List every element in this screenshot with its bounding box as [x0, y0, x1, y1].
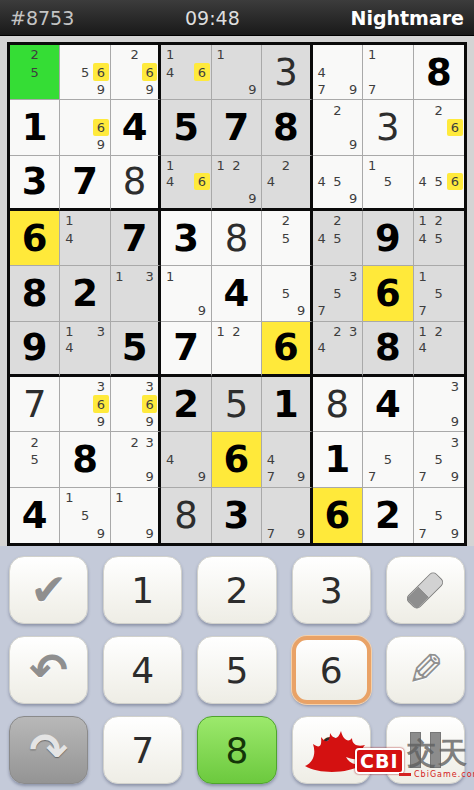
cell-r2c9[interactable]: 26 — [414, 100, 464, 155]
given-digit: 2 — [72, 275, 98, 312]
note-4: 4 — [415, 339, 431, 356]
pencil-icon: ✎ — [407, 648, 444, 692]
cell-r7c7[interactable]: 8 — [313, 377, 363, 432]
note-9: 9 — [345, 81, 361, 98]
key-label: 4 — [131, 650, 154, 691]
note-5: 5 — [278, 229, 293, 246]
given-digit: 6 — [325, 497, 351, 534]
note-2: 2 — [329, 323, 345, 340]
note-4: 4 — [162, 451, 178, 468]
note-2: 2 — [278, 212, 293, 229]
cell-r4c6[interactable]: 25 — [262, 211, 312, 266]
note-1: 1 — [415, 212, 431, 229]
note-5: 5 — [380, 451, 396, 468]
check-icon: ✔ — [30, 568, 67, 612]
pencil-marks: 14 — [61, 212, 108, 264]
note-2: 2 — [229, 157, 245, 174]
cell-r3c6[interactable]: 24 — [262, 156, 312, 211]
cell-r2c4[interactable]: 5 — [161, 100, 211, 155]
given-digit: 7 — [122, 220, 148, 257]
eraser-icon — [405, 570, 445, 610]
note-7: 7 — [364, 81, 380, 98]
pencil-marks: 479 — [263, 433, 308, 485]
note-4: 4 — [314, 63, 330, 80]
pencil-marks: 134 — [61, 323, 108, 373]
note-6: 6 — [93, 395, 109, 412]
cell-r4c3[interactable]: 7 — [111, 211, 161, 266]
note-1: 1 — [213, 157, 229, 174]
pencil-marks: 146 — [162, 157, 209, 207]
cell-r6c1[interactable]: 9 — [10, 322, 60, 377]
cell-r1c6[interactable]: 3 — [262, 45, 312, 100]
cell-r7c4[interactable]: 2 — [161, 377, 211, 432]
cell-r8c3[interactable]: 239 — [111, 432, 161, 487]
note-4: 4 — [415, 173, 431, 190]
pencil-marks: 369 — [112, 378, 157, 430]
note-2: 2 — [431, 101, 447, 118]
key-5-key[interactable]: 5 — [197, 636, 276, 704]
undo-icon: ↶ — [29, 647, 68, 693]
user-digit: 7 — [23, 386, 47, 423]
cell-r9c4[interactable]: 8 — [161, 488, 211, 543]
user-digit: 8 — [123, 163, 147, 200]
cell-r8c5[interactable]: 6 — [212, 432, 262, 487]
difficulty-label: Nightmare — [350, 7, 464, 29]
pencil-marks: 19 — [213, 46, 260, 98]
cell-r1c3[interactable]: 269 — [111, 45, 161, 100]
given-digit: 5 — [122, 329, 148, 366]
note-3: 3 — [345, 323, 361, 340]
pencil-marks: 49 — [162, 433, 209, 485]
pencil-marks: 19 — [112, 489, 157, 542]
eraser-button[interactable] — [386, 556, 465, 624]
check-button[interactable]: ✔ — [9, 556, 88, 624]
key-6-key[interactable]: 6 — [292, 636, 371, 704]
note-4: 4 — [314, 229, 330, 246]
user-digit: 8 — [174, 497, 198, 534]
pencil-marks: 159 — [61, 489, 108, 542]
note-1: 1 — [61, 489, 77, 507]
cell-r8c8[interactable]: 57 — [363, 432, 413, 487]
note-7: 7 — [263, 524, 278, 542]
note-7: 7 — [415, 468, 431, 485]
cell-r6c2[interactable]: 134 — [60, 322, 110, 377]
note-3: 3 — [142, 267, 157, 284]
pencil-marks: 456 — [415, 157, 463, 207]
pencil-marks: 29 — [314, 101, 361, 153]
note-7: 7 — [263, 468, 278, 485]
note-5: 5 — [27, 451, 43, 468]
pencil-button[interactable]: ✎ — [386, 636, 465, 704]
note-7: 7 — [314, 302, 330, 319]
note-6: 6 — [447, 119, 463, 136]
given-digit: 3 — [224, 497, 250, 534]
given-digit: 8 — [72, 441, 98, 478]
note-2: 2 — [278, 157, 293, 174]
cell-r2c3[interactable]: 4 — [111, 100, 161, 155]
given-digit: 9 — [375, 220, 401, 257]
cell-r1c7[interactable]: 479 — [313, 45, 363, 100]
cell-r8c4[interactable]: 49 — [161, 432, 211, 487]
cell-r9c1[interactable]: 4 — [10, 488, 60, 543]
given-digit: 6 — [224, 441, 250, 478]
cell-r6c9[interactable]: 124 — [414, 322, 464, 377]
note-5: 5 — [431, 451, 447, 468]
note-1: 1 — [61, 212, 77, 229]
pencil-marks: 369 — [61, 378, 108, 430]
note-6: 6 — [93, 119, 109, 136]
note-5: 5 — [27, 63, 43, 80]
pencil-marks: 13 — [112, 267, 157, 319]
pencil-marks: 57 — [364, 433, 411, 485]
cell-r1c8[interactable]: 17 — [363, 45, 413, 100]
cell-r1c2[interactable]: 569 — [60, 45, 110, 100]
cell-r4c9[interactable]: 1245 — [414, 211, 464, 266]
cell-r4c7[interactable]: 245 — [313, 211, 363, 266]
note-2: 2 — [127, 46, 142, 63]
note-9: 9 — [294, 302, 309, 319]
cell-r9c6[interactable]: 79 — [262, 488, 312, 543]
note-4: 4 — [415, 229, 431, 246]
pencil-marks: 12 — [213, 323, 260, 373]
pencil-marks: 39 — [415, 378, 463, 430]
note-2: 2 — [329, 212, 345, 229]
note-7: 7 — [415, 302, 431, 319]
pencil-marks: 19 — [162, 267, 209, 319]
note-9: 9 — [142, 81, 157, 98]
note-9: 9 — [194, 468, 210, 485]
given-digit: 3 — [173, 220, 199, 257]
note-9: 9 — [345, 136, 361, 153]
note-6: 6 — [194, 173, 210, 190]
pencil-marks: 479 — [314, 46, 361, 98]
sudoku-app: #8753 09:48 Nightmare 255692691461934791… — [0, 0, 474, 790]
cell-r3c8[interactable]: 15 — [363, 156, 413, 211]
pencil-marks: 59 — [263, 267, 308, 319]
note-1: 1 — [112, 489, 127, 507]
pencil-marks: 239 — [112, 433, 157, 485]
cell-r2c8[interactable]: 3 — [363, 100, 413, 155]
note-5: 5 — [278, 285, 293, 302]
key-9-key[interactable]: 9 — [292, 716, 371, 784]
pencil-marks: 3579 — [415, 433, 463, 485]
given-digit: 2 — [375, 497, 401, 534]
pencil-marks: 245 — [314, 212, 361, 264]
cell-r8c7[interactable]: 1 — [313, 432, 363, 487]
cell-r3c5[interactable]: 129 — [212, 156, 262, 211]
given-digit: 8 — [22, 275, 48, 312]
cell-r7c3[interactable]: 369 — [111, 377, 161, 432]
pencil-marks: 269 — [112, 46, 157, 98]
cell-r7c5[interactable]: 5 — [212, 377, 262, 432]
note-5: 5 — [329, 173, 345, 190]
note-2: 2 — [329, 101, 345, 118]
pencil-marks: 146 — [162, 46, 209, 98]
key-label: 8 — [226, 730, 249, 771]
board-area: 2556926914619347917816945782932637814612… — [0, 36, 474, 546]
note-1: 1 — [162, 267, 178, 284]
pencil-marks: 129 — [213, 157, 260, 207]
redo-button[interactable]: ↷ — [9, 716, 88, 784]
cell-r5c4[interactable]: 19 — [161, 266, 211, 321]
cell-r7c8[interactable]: 4 — [363, 377, 413, 432]
key-label: 3 — [320, 570, 343, 611]
note-1: 1 — [364, 157, 380, 174]
cell-r4c5[interactable]: 8 — [212, 211, 262, 266]
cell-r6c8[interactable]: 8 — [363, 322, 413, 377]
cell-r3c7[interactable]: 459 — [313, 156, 363, 211]
pencil-marks: 569 — [61, 46, 108, 98]
note-9: 9 — [93, 136, 109, 153]
pencil-marks: 124 — [415, 323, 463, 373]
pencil-marks: 25 — [11, 433, 58, 485]
note-2: 2 — [229, 323, 245, 340]
key-label: 7 — [131, 730, 154, 771]
user-digit: 3 — [376, 109, 400, 146]
cell-r9c3[interactable]: 19 — [111, 488, 161, 543]
note-3: 3 — [447, 378, 463, 395]
note-5: 5 — [431, 173, 447, 190]
given-digit: 8 — [375, 329, 401, 366]
note-6: 6 — [142, 63, 157, 80]
note-6: 6 — [142, 395, 157, 412]
note-6: 6 — [447, 173, 463, 190]
note-3: 3 — [93, 323, 109, 340]
note-3: 3 — [142, 433, 157, 450]
note-4: 4 — [61, 339, 77, 356]
note-4: 4 — [162, 173, 178, 190]
cell-r3c4[interactable]: 146 — [161, 156, 211, 211]
pencil-marks: 459 — [314, 157, 361, 207]
user-digit: 3 — [274, 54, 298, 91]
note-9: 9 — [93, 81, 109, 98]
key-1-key[interactable]: 1 — [103, 556, 182, 624]
note-5: 5 — [431, 506, 447, 524]
given-digit: 8 — [426, 54, 452, 91]
cell-r2c5[interactable]: 7 — [212, 100, 262, 155]
note-2: 2 — [431, 212, 447, 229]
cell-r5c6[interactable]: 59 — [262, 266, 312, 321]
given-digit: 2 — [173, 386, 199, 423]
cell-r6c3[interactable]: 5 — [111, 322, 161, 377]
pencil-marks: 1245 — [415, 212, 463, 264]
cell-r2c1[interactable]: 1 — [10, 100, 60, 155]
pencil-marks: 25 — [263, 212, 308, 264]
pencil-marks: 24 — [263, 157, 308, 207]
note-1: 1 — [415, 267, 431, 284]
note-9: 9 — [244, 190, 260, 207]
note-9: 9 — [294, 524, 309, 542]
cell-r5c1[interactable]: 8 — [10, 266, 60, 321]
key-label: 9 — [320, 730, 343, 771]
note-9: 9 — [142, 413, 157, 430]
note-3: 3 — [447, 433, 463, 450]
note-9: 9 — [93, 413, 109, 430]
note-9: 9 — [345, 190, 361, 207]
note-4: 4 — [162, 63, 178, 80]
note-3: 3 — [345, 267, 361, 284]
cell-r6c6[interactable]: 6 — [262, 322, 312, 377]
given-digit: 7 — [72, 163, 98, 200]
given-digit: 6 — [375, 275, 401, 312]
note-1: 1 — [112, 267, 127, 284]
note-2: 2 — [27, 433, 43, 450]
note-5: 5 — [329, 229, 345, 246]
given-digit: 9 — [22, 329, 48, 366]
keypad: ✔123↶456✎↷789 — [0, 546, 474, 790]
cell-r4c4[interactable]: 3 — [161, 211, 211, 266]
cell-r8c6[interactable]: 479 — [262, 432, 312, 487]
key-7-key[interactable]: 7 — [103, 716, 182, 784]
note-9: 9 — [194, 302, 210, 319]
given-digit: 4 — [122, 109, 148, 146]
key-8-key[interactable]: 8 — [197, 716, 276, 784]
note-9: 9 — [142, 468, 157, 485]
cell-r9c8[interactable]: 2 — [363, 488, 413, 543]
key-2-key[interactable]: 2 — [197, 556, 276, 624]
note-1: 1 — [213, 46, 229, 63]
cell-r6c4[interactable]: 7 — [161, 322, 211, 377]
undo-button[interactable]: ↶ — [9, 636, 88, 704]
cell-r3c3[interactable]: 8 — [111, 156, 161, 211]
pencil-marks: 17 — [364, 46, 411, 98]
note-5: 5 — [431, 285, 447, 302]
cell-r2c7[interactable]: 29 — [313, 100, 363, 155]
cell-r7c9[interactable]: 39 — [414, 377, 464, 432]
given-digit: 4 — [375, 386, 401, 423]
note-1: 1 — [61, 323, 77, 340]
note-7: 7 — [364, 468, 380, 485]
pencil-marks: 69 — [61, 101, 108, 153]
title-bar: #8753 09:48 Nightmare — [0, 0, 474, 36]
given-digit: 7 — [173, 329, 199, 366]
note-2: 2 — [127, 433, 142, 450]
cell-r1c1[interactable]: 25 — [10, 45, 60, 100]
key-label: 6 — [320, 650, 343, 691]
cell-r7c2[interactable]: 369 — [60, 377, 110, 432]
cell-r9c7[interactable]: 6 — [313, 488, 363, 543]
note-5: 5 — [431, 229, 447, 246]
cell-r5c5[interactable]: 4 — [212, 266, 262, 321]
given-digit: 4 — [224, 275, 250, 312]
note-7: 7 — [314, 81, 330, 98]
cell-r4c8[interactable]: 9 — [363, 211, 413, 266]
sudoku-board: 2556926914619347917816945782932637814612… — [7, 42, 467, 546]
cell-r5c9[interactable]: 157 — [414, 266, 464, 321]
note-4: 4 — [61, 229, 77, 246]
note-9: 9 — [447, 468, 463, 485]
timer: 09:48 — [185, 7, 240, 29]
key-label: 5 — [226, 650, 249, 691]
cell-r7c1[interactable]: 7 — [10, 377, 60, 432]
note-5: 5 — [77, 506, 93, 524]
cell-r1c5[interactable]: 19 — [212, 45, 262, 100]
cell-r5c2[interactable]: 2 — [60, 266, 110, 321]
cell-r5c3[interactable]: 13 — [111, 266, 161, 321]
cell-r3c2[interactable]: 7 — [60, 156, 110, 211]
cell-r1c4[interactable]: 146 — [161, 45, 211, 100]
cell-r8c2[interactable]: 8 — [60, 432, 110, 487]
note-2: 2 — [27, 46, 43, 63]
note-4: 4 — [314, 339, 330, 356]
note-9: 9 — [447, 524, 463, 542]
pencil-marks: 157 — [415, 267, 463, 319]
note-1: 1 — [162, 157, 178, 174]
cell-r8c1[interactable]: 25 — [10, 432, 60, 487]
pencil-marks: 234 — [314, 323, 361, 373]
given-digit: 7 — [224, 109, 250, 146]
given-digit: 6 — [22, 220, 48, 257]
pencil-marks: 25 — [11, 46, 58, 98]
cell-r2c2[interactable]: 69 — [60, 100, 110, 155]
given-digit: 1 — [22, 109, 48, 146]
note-3: 3 — [93, 378, 109, 395]
note-4: 4 — [314, 173, 330, 190]
given-digit: 1 — [325, 441, 351, 478]
given-digit: 1 — [273, 386, 299, 423]
cell-r3c1[interactable]: 3 — [10, 156, 60, 211]
note-1: 1 — [162, 46, 178, 63]
pause-icon — [410, 732, 441, 768]
cell-r6c7[interactable]: 234 — [313, 322, 363, 377]
given-digit: 3 — [22, 163, 48, 200]
cell-r1c9[interactable]: 8 — [414, 45, 464, 100]
cell-r7c6[interactable]: 1 — [262, 377, 312, 432]
given-digit: 5 — [173, 109, 199, 146]
note-7: 7 — [415, 524, 431, 542]
pause-button[interactable] — [386, 716, 465, 784]
cell-r3c9[interactable]: 456 — [414, 156, 464, 211]
note-9: 9 — [142, 524, 157, 542]
pencil-marks: 15 — [364, 157, 411, 207]
note-5: 5 — [77, 63, 93, 80]
cell-r2c6[interactable]: 8 — [262, 100, 312, 155]
note-1: 1 — [364, 46, 380, 63]
given-digit: 8 — [273, 109, 299, 146]
redo-icon: ↷ — [29, 727, 68, 773]
note-9: 9 — [294, 468, 309, 485]
cell-r9c2[interactable]: 159 — [60, 488, 110, 543]
cell-r4c1[interactable]: 6 — [10, 211, 60, 266]
user-digit: 8 — [326, 386, 350, 423]
note-3: 3 — [142, 378, 157, 395]
note-4: 4 — [263, 173, 278, 190]
key-3-key[interactable]: 3 — [292, 556, 371, 624]
note-5: 5 — [380, 173, 396, 190]
note-4: 4 — [263, 451, 278, 468]
pencil-marks: 357 — [314, 267, 361, 319]
cell-r4c2[interactable]: 14 — [60, 211, 110, 266]
cell-r5c7[interactable]: 357 — [313, 266, 363, 321]
key-label: 2 — [226, 570, 249, 611]
note-1: 1 — [415, 323, 431, 340]
pencil-marks: 79 — [263, 489, 308, 542]
note-5: 5 — [329, 285, 345, 302]
cell-r8c9[interactable]: 3579 — [414, 432, 464, 487]
cell-r9c5[interactable]: 3 — [212, 488, 262, 543]
key-4-key[interactable]: 4 — [103, 636, 182, 704]
note-9: 9 — [244, 81, 260, 98]
given-digit: 4 — [22, 497, 48, 534]
puzzle-id: #8753 — [10, 7, 74, 29]
note-1: 1 — [213, 323, 229, 340]
user-digit: 5 — [225, 386, 249, 423]
cell-r9c9[interactable]: 579 — [414, 488, 464, 543]
pencil-marks: 26 — [415, 101, 463, 153]
cell-r5c8[interactable]: 6 — [363, 266, 413, 321]
cell-r6c5[interactable]: 12 — [212, 322, 262, 377]
note-2: 2 — [431, 323, 447, 340]
